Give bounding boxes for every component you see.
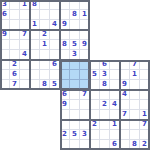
cell-r1c5[interactable] [50,10,60,20]
cell-r5c7[interactable]: 3 [70,50,80,60]
cell-r0c3[interactable]: 8 [30,0,40,10]
cell-r0c6[interactable] [60,0,70,10]
cell-r12c13[interactable] [130,120,140,130]
cell-r11c9[interactable] [90,110,100,120]
cell-r7c9[interactable]: 5 [90,70,100,80]
twodoku-board: 318681149972185943266785 675318967492471… [0,0,150,150]
cell-r4c2[interactable] [20,40,30,50]
cell-r9c13[interactable] [130,90,140,100]
cell-r8c4[interactable]: 8 [40,80,50,90]
cell-r6c9[interactable] [90,60,100,70]
cell-r8c3[interactable] [30,80,40,90]
cell-r13c8[interactable]: 3 [80,130,90,140]
cell-r3c2[interactable]: 7 [20,30,30,40]
cell-r5c6[interactable] [60,50,70,60]
cell-r7c10[interactable]: 3 [100,70,110,80]
cell-r5c3[interactable] [30,50,40,60]
cell-r3c8[interactable] [80,30,90,40]
cell-r10c12[interactable] [120,100,130,110]
cell-r2c3[interactable]: 1 [30,20,40,30]
cell-r9c9[interactable] [90,90,100,100]
cell-r1c3[interactable] [30,10,40,20]
cell-r8c0[interactable] [0,80,10,90]
cell-r0c8[interactable] [80,0,90,10]
cell-r13c6[interactable]: 2 [60,130,70,140]
cell-r14c6[interactable] [60,140,70,150]
cell-r7c5[interactable] [50,70,60,80]
cell-r9c12[interactable]: 4 [120,90,130,100]
cell-r13c14[interactable] [140,130,150,140]
cell-r5c2[interactable]: 4 [20,50,30,60]
cell-r6c3[interactable] [30,60,40,70]
cell-r0c0[interactable]: 3 [0,0,10,10]
cell-r14c13[interactable]: 8 [130,140,140,150]
cell-r4c3[interactable] [30,40,40,50]
grid-bottom-right: 675318967492471217253682 [60,60,150,150]
cell-r1c6[interactable] [60,10,70,20]
cell-r4c0[interactable] [0,40,10,50]
cell-r7c0[interactable] [0,70,10,80]
cell-r11c14[interactable]: 1 [140,110,150,120]
cell-r7c2[interactable] [20,70,30,80]
cell-r8c1[interactable]: 7 [10,80,20,90]
cell-r7c13[interactable]: 1 [130,70,140,80]
cell-r4c7[interactable]: 5 [70,40,80,50]
cell-r2c5[interactable]: 4 [50,20,60,30]
cell-r13c12[interactable] [120,130,130,140]
cell-r6c8[interactable] [80,60,90,70]
cell-r10c8[interactable] [80,100,90,110]
cell-r14c12[interactable] [120,140,130,150]
cell-r11c13[interactable] [130,110,140,120]
cell-r4c8[interactable]: 9 [80,40,90,50]
cell-r9c7[interactable] [70,90,80,100]
cell-r2c1[interactable] [10,20,20,30]
cell-r0c1[interactable] [10,0,20,10]
cell-r6c10[interactable]: 6 [100,60,110,70]
cell-r8c6[interactable] [60,80,70,90]
cell-r9c10[interactable] [100,90,110,100]
cell-r7c8[interactable] [80,70,90,80]
cell-r0c5[interactable] [50,0,60,10]
cell-r8c9[interactable] [90,80,100,90]
cell-r6c12[interactable] [120,60,130,70]
cell-r9c14[interactable] [140,90,150,100]
cell-r12c9[interactable]: 2 [90,120,100,130]
cell-r10c10[interactable]: 2 [100,100,110,110]
cell-r6c6[interactable] [60,60,70,70]
cell-r6c14[interactable] [140,60,150,70]
cell-r3c1[interactable] [10,30,20,40]
cell-r11c11[interactable] [110,110,120,120]
cell-r13c10[interactable] [100,130,110,140]
cell-r14c10[interactable] [100,140,110,150]
cell-r8c2[interactable] [20,80,30,90]
cell-r3c5[interactable] [50,30,60,40]
cell-r7c4[interactable] [40,70,50,80]
cell-r6c5[interactable]: 6 [50,60,60,70]
cell-r1c7[interactable]: 8 [70,10,80,20]
cell-r5c0[interactable] [0,50,10,60]
cell-r4c1[interactable] [10,40,20,50]
cell-r10c9[interactable] [90,100,100,110]
cell-r14c14[interactable]: 2 [140,140,150,150]
cell-r12c10[interactable] [100,120,110,130]
cell-r13c7[interactable]: 5 [70,130,80,140]
cell-r2c4[interactable] [40,20,50,30]
cell-r10c11[interactable]: 4 [110,100,120,110]
cell-r9c11[interactable] [110,90,120,100]
cell-r10c6[interactable]: 9 [60,100,70,110]
cell-r0c7[interactable] [70,0,80,10]
cell-r14c9[interactable] [90,140,100,150]
cell-r7c6[interactable] [60,70,70,80]
cell-r11c10[interactable] [100,110,110,120]
cell-r3c0[interactable]: 9 [0,30,10,40]
cell-r7c7[interactable] [70,70,80,80]
cell-r5c1[interactable] [10,50,20,60]
cell-r2c2[interactable] [20,20,30,30]
cell-r12c7[interactable] [70,120,80,130]
cell-r0c4[interactable] [40,0,50,10]
cell-r12c8[interactable] [80,120,90,130]
cell-r10c7[interactable] [70,100,80,110]
cell-r6c11[interactable] [110,60,120,70]
cell-r2c8[interactable] [80,20,90,30]
cell-r8c12[interactable]: 9 [120,80,130,90]
cell-r12c12[interactable] [120,120,130,130]
cell-r5c4[interactable] [40,50,50,60]
cell-r7c11[interactable] [110,70,120,80]
cell-r9c8[interactable]: 7 [80,90,90,100]
cell-r8c11[interactable] [110,80,120,90]
cell-r14c8[interactable] [80,140,90,150]
cell-r12c11[interactable]: 1 [110,120,120,130]
cell-r6c4[interactable] [40,60,50,70]
cell-r7c14[interactable] [140,70,150,80]
cell-r7c3[interactable] [30,70,40,80]
cell-r6c13[interactable]: 7 [130,60,140,70]
cell-r4c4[interactable]: 1 [40,40,50,50]
cell-r3c4[interactable]: 2 [40,30,50,40]
cell-r12c14[interactable]: 7 [140,120,150,130]
cell-r13c13[interactable] [130,130,140,140]
cell-r6c2[interactable] [20,60,30,70]
cell-r7c1[interactable]: 6 [10,70,20,80]
cell-r9c6[interactable]: 6 [60,90,70,100]
cell-r12c6[interactable] [60,120,70,130]
cell-r1c1[interactable] [10,10,20,20]
cell-r11c6[interactable] [60,110,70,120]
cell-r10c14[interactable] [140,100,150,110]
cell-r1c0[interactable]: 6 [0,10,10,20]
cell-r7c12[interactable] [120,70,130,80]
cell-r11c8[interactable] [80,110,90,120]
cell-r14c11[interactable]: 6 [110,140,120,150]
cell-r6c1[interactable]: 2 [10,60,20,70]
cell-r13c11[interactable] [110,130,120,140]
cell-r1c4[interactable] [40,10,50,20]
cell-r3c3[interactable] [30,30,40,40]
cell-r0c2[interactable]: 1 [20,0,30,10]
cell-r14c7[interactable] [70,140,80,150]
cell-r10c13[interactable] [130,100,140,110]
cell-r8c7[interactable] [70,80,80,90]
cell-r8c8[interactable] [80,80,90,90]
cell-r13c9[interactable] [90,130,100,140]
cell-r8c13[interactable] [130,80,140,90]
cell-r4c6[interactable]: 8 [60,40,70,50]
cell-r8c14[interactable] [140,80,150,90]
cell-r6c7[interactable] [70,60,80,70]
cell-r8c10[interactable]: 8 [100,80,110,90]
cell-r4c5[interactable] [50,40,60,50]
cell-r1c2[interactable] [20,10,30,20]
cell-r11c12[interactable]: 7 [120,110,130,120]
cell-r6c0[interactable] [0,60,10,70]
cell-r2c6[interactable]: 9 [60,20,70,30]
cell-r2c7[interactable] [70,20,80,30]
cell-r11c7[interactable] [70,110,80,120]
cell-r3c7[interactable] [70,30,80,40]
cell-r1c8[interactable]: 1 [80,10,90,20]
cell-r5c8[interactable] [80,50,90,60]
cell-r8c5[interactable]: 5 [50,80,60,90]
cell-r2c0[interactable] [0,20,10,30]
cell-r5c5[interactable] [50,50,60,60]
cell-r3c6[interactable] [60,30,70,40]
